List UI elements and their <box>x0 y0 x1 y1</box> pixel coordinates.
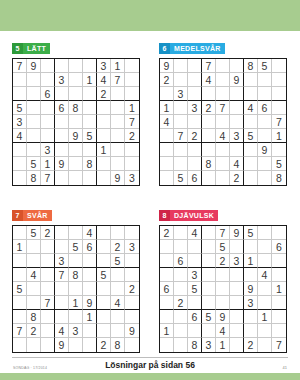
sudoku-cell: 4 <box>244 101 258 115</box>
sudoku-cell <box>244 268 258 282</box>
sudoku-cell <box>258 87 272 101</box>
sudoku-cell <box>160 171 174 185</box>
sudoku-cell <box>188 87 202 101</box>
sudoku-cell <box>41 268 55 282</box>
sudoku-cell <box>174 338 188 352</box>
sudoku-cell <box>125 87 139 101</box>
sudoku-cell <box>202 268 216 282</box>
sudoku-cell: 1 <box>83 73 97 87</box>
sudoku-cell: 2 <box>41 226 55 240</box>
sudoku-cell <box>216 296 230 310</box>
sudoku-cell: 7 <box>111 73 125 87</box>
sudoku-cell <box>125 59 139 73</box>
sudoku-cell: 2 <box>27 324 41 338</box>
sudoku-cell <box>97 254 111 268</box>
sudoku-cell <box>13 87 27 101</box>
sudoku-cell <box>97 115 111 129</box>
sudoku-cell <box>83 268 97 282</box>
sudoku-cell <box>258 171 272 185</box>
sudoku-cell <box>258 296 272 310</box>
sudoku-cell: 9 <box>125 324 139 338</box>
sudoku-cell: 9 <box>216 310 230 324</box>
sudoku-cell: 3 <box>97 59 111 73</box>
sudoku-cell: 1 <box>272 129 286 143</box>
sudoku-cell: 2 <box>97 338 111 352</box>
sudoku-cell <box>111 157 125 171</box>
sudoku-cell <box>69 87 83 101</box>
sudoku-cell: 5 <box>188 282 202 296</box>
sudoku-cell <box>27 296 41 310</box>
sudoku-cell <box>272 73 286 87</box>
sudoku-cell <box>111 268 125 282</box>
sudoku-cell: 3 <box>125 171 139 185</box>
sudoku-cell <box>69 115 83 129</box>
sudoku-cell <box>188 115 202 129</box>
sudoku-cell: 5 <box>244 129 258 143</box>
sudoku-cell <box>174 101 188 115</box>
difficulty-label: SVÅR <box>23 210 52 221</box>
difficulty-badge-svar: 7SVÅR <box>12 210 52 221</box>
sudoku-cell <box>202 240 216 254</box>
sudoku-cell <box>258 157 272 171</box>
sudoku-cell <box>258 324 272 338</box>
sudoku-cell <box>202 87 216 101</box>
sudoku-cell <box>272 143 286 157</box>
sudoku-cell: 5 <box>244 226 258 240</box>
sudoku-cell <box>244 240 258 254</box>
sudoku-cell <box>69 59 83 73</box>
sudoku-cell <box>160 310 174 324</box>
sudoku-cell <box>125 143 139 157</box>
sudoku-cell <box>230 115 244 129</box>
difficulty-badge-latt: 5LÄTT <box>12 43 50 54</box>
sudoku-cell <box>230 87 244 101</box>
sudoku-cell <box>230 324 244 338</box>
sudoku-cell <box>160 143 174 157</box>
sudoku-cell <box>111 282 125 296</box>
sudoku-cell: 6 <box>272 240 286 254</box>
sudoku-cell <box>55 282 69 296</box>
sudoku-cell <box>97 310 111 324</box>
sudoku-cell: 1 <box>160 324 174 338</box>
sudoku-cell <box>160 338 174 352</box>
sudoku-cell <box>111 143 125 157</box>
sudoku-grid-latt: 793131476256813749523151988793 <box>12 58 140 186</box>
sudoku-cell: 5 <box>216 240 230 254</box>
sudoku-cell <box>216 73 230 87</box>
sudoku-cell <box>69 310 83 324</box>
sudoku-cell <box>41 240 55 254</box>
sudoku-cell <box>13 254 27 268</box>
sudoku-cell: 6 <box>160 282 174 296</box>
sudoku-cell <box>69 282 83 296</box>
sudoku-cell <box>230 268 244 282</box>
sudoku-cell <box>27 115 41 129</box>
sudoku-cell: 9 <box>244 282 258 296</box>
sudoku-cell <box>258 282 272 296</box>
sudoku-cell: 7 <box>272 115 286 129</box>
sudoku-cell <box>174 310 188 324</box>
sudoku-cell: 3 <box>188 101 202 115</box>
sudoku-cell: 5 <box>202 310 216 324</box>
sudoku-cell <box>13 310 27 324</box>
sudoku-cell <box>125 310 139 324</box>
sudoku-cell: 1 <box>244 254 258 268</box>
sudoku-cell <box>174 226 188 240</box>
sudoku-cell <box>244 115 258 129</box>
sudoku-cell <box>258 254 272 268</box>
sudoku-cell: 3 <box>188 268 202 282</box>
sudoku-cell: 5 <box>111 254 125 268</box>
sudoku-cell <box>258 73 272 87</box>
sudoku-cell <box>125 73 139 87</box>
sudoku-cell: 1 <box>83 310 97 324</box>
sudoku-cell: 2 <box>160 226 174 240</box>
sudoku-cell: 3 <box>55 254 69 268</box>
puzzle-medelsvar: 6MEDELSVÅR 97852493132746477243519845562… <box>159 37 288 186</box>
sudoku-cell: 4 <box>230 157 244 171</box>
sudoku-cell <box>160 129 174 143</box>
sudoku-cell <box>27 73 41 87</box>
sudoku-cell <box>202 129 216 143</box>
sudoku-cell: 4 <box>188 226 202 240</box>
sudoku-cell <box>69 338 83 352</box>
sudoku-cell: 9 <box>69 129 83 143</box>
sudoku-cell: 1 <box>97 143 111 157</box>
sudoku-cell <box>41 254 55 268</box>
sudoku-cell: 7 <box>13 324 27 338</box>
sudoku-cell <box>230 282 244 296</box>
page-number: 41 <box>283 365 287 370</box>
sudoku-cell <box>188 157 202 171</box>
sudoku-cell: 9 <box>111 171 125 185</box>
sudoku-cell: 2 <box>188 129 202 143</box>
sudoku-cell: 2 <box>202 101 216 115</box>
sudoku-cell <box>202 171 216 185</box>
sudoku-cell <box>69 143 83 157</box>
sudoku-cell <box>13 296 27 310</box>
sudoku-cell <box>216 157 230 171</box>
sudoku-cell <box>55 226 69 240</box>
sudoku-cell <box>188 240 202 254</box>
sudoku-cell: 8 <box>188 338 202 352</box>
sudoku-cell <box>230 101 244 115</box>
sudoku-cell <box>27 240 41 254</box>
sudoku-cell <box>160 268 174 282</box>
sudoku-cell: 1 <box>13 240 27 254</box>
sudoku-cell <box>216 282 230 296</box>
sudoku-cell: 3 <box>244 296 258 310</box>
sudoku-cell <box>27 282 41 296</box>
sudoku-cell <box>188 254 202 268</box>
sudoku-cell <box>41 115 55 129</box>
sudoku-cell <box>55 171 69 185</box>
sudoku-cell: 7 <box>216 101 230 115</box>
sudoku-cell: 4 <box>258 268 272 282</box>
sudoku-cell <box>27 87 41 101</box>
sudoku-cell <box>174 73 188 87</box>
sudoku-cell <box>27 129 41 143</box>
sudoku-cell <box>202 143 216 157</box>
sudoku-cell: 7 <box>202 59 216 73</box>
sudoku-cell <box>55 115 69 129</box>
sudoku-cell <box>97 240 111 254</box>
sudoku-cell: 6 <box>41 87 55 101</box>
sudoku-cell: 7 <box>272 338 286 352</box>
sudoku-cell: 8 <box>69 101 83 115</box>
sudoku-cell <box>174 282 188 296</box>
sudoku-cell <box>272 268 286 282</box>
sudoku-cell <box>83 115 97 129</box>
sudoku-grid-medelsvar: 978524931327464772435198455628 <box>159 58 287 186</box>
sudoku-cell <box>41 282 55 296</box>
sudoku-cell <box>97 129 111 143</box>
sudoku-cell: 7 <box>216 226 230 240</box>
difficulty-number: 7 <box>12 210 23 221</box>
sudoku-cell: 5 <box>69 240 83 254</box>
sudoku-cell: 4 <box>13 129 27 143</box>
sudoku-cell: 6 <box>55 101 69 115</box>
sudoku-cell <box>202 324 216 338</box>
sudoku-cell <box>174 268 188 282</box>
sudoku-cell: 6 <box>83 240 97 254</box>
bottom-banner <box>0 373 300 380</box>
sudoku-cell <box>258 226 272 240</box>
sudoku-cell <box>272 226 286 240</box>
sudoku-cell: 8 <box>111 338 125 352</box>
sudoku-cell <box>216 171 230 185</box>
sudoku-cell <box>160 240 174 254</box>
sudoku-cell <box>83 282 97 296</box>
sudoku-cell <box>111 226 125 240</box>
sudoku-cell: 8 <box>69 268 83 282</box>
sudoku-cell <box>174 240 188 254</box>
sudoku-cell <box>41 129 55 143</box>
sudoku-cell <box>272 101 286 115</box>
sudoku-cell <box>272 59 286 73</box>
difficulty-number: 6 <box>159 43 170 54</box>
sudoku-cell <box>55 296 69 310</box>
sudoku-cell <box>160 296 174 310</box>
sudoku-cell: 9 <box>55 157 69 171</box>
sudoku-cell <box>97 282 111 296</box>
sudoku-cell <box>230 338 244 352</box>
sudoku-cell <box>160 157 174 171</box>
sudoku-cell <box>69 73 83 87</box>
sudoku-cell <box>230 143 244 157</box>
sudoku-cell <box>230 296 244 310</box>
sudoku-cell <box>83 171 97 185</box>
sudoku-cell: 5 <box>174 171 188 185</box>
sudoku-cell: 1 <box>258 310 272 324</box>
sudoku-cell <box>244 73 258 87</box>
difficulty-number: 5 <box>12 43 23 54</box>
sudoku-cell <box>216 115 230 129</box>
sudoku-cell <box>230 310 244 324</box>
sudoku-cell <box>97 226 111 240</box>
sudoku-cell <box>69 157 83 171</box>
sudoku-cell <box>125 296 139 310</box>
sudoku-cell <box>55 143 69 157</box>
sudoku-cell <box>125 226 139 240</box>
sudoku-cell: 3 <box>41 143 55 157</box>
sudoku-cell: 9 <box>55 338 69 352</box>
sudoku-cell: 8 <box>27 171 41 185</box>
sudoku-cell: 3 <box>230 129 244 143</box>
sudoku-cell <box>69 254 83 268</box>
puzzles-row-bottom: 7SVÅR 524156233547855271948172439928 8DJ… <box>12 204 288 353</box>
puzzles-row-top: 5LÄTT 793131476256813749523151988793 6ME… <box>12 37 288 186</box>
sudoku-cell <box>13 338 27 352</box>
sudoku-cell: 2 <box>111 240 125 254</box>
sudoku-cell <box>13 171 27 185</box>
sudoku-cell <box>13 226 27 240</box>
sudoku-cell <box>83 254 97 268</box>
sudoku-cell <box>97 157 111 171</box>
sudoku-cell: 7 <box>41 296 55 310</box>
sudoku-cell <box>83 143 97 157</box>
sudoku-cell <box>55 310 69 324</box>
sudoku-cell: 4 <box>216 129 230 143</box>
sudoku-cell <box>27 101 41 115</box>
sudoku-cell <box>272 324 286 338</box>
sudoku-cell <box>55 240 69 254</box>
difficulty-label: LÄTT <box>23 43 50 54</box>
puzzle-djavulsk: 8DJÄVULSK 247955662313465912365911483127 <box>159 204 288 353</box>
sudoku-cell <box>111 324 125 338</box>
sudoku-cell <box>41 101 55 115</box>
sudoku-cell <box>174 115 188 129</box>
sudoku-cell <box>216 87 230 101</box>
sudoku-cell: 1 <box>160 101 174 115</box>
sudoku-cell <box>69 171 83 185</box>
sudoku-cell: 8 <box>202 157 216 171</box>
sudoku-cell <box>216 268 230 282</box>
sudoku-cell: 1 <box>69 296 83 310</box>
sudoku-cell: 9 <box>83 296 97 310</box>
sudoku-cell <box>160 87 174 101</box>
sudoku-cell: 1 <box>125 101 139 115</box>
sudoku-cell: 4 <box>27 268 41 282</box>
sudoku-cell: 2 <box>125 282 139 296</box>
sudoku-cell <box>202 296 216 310</box>
sudoku-cell <box>244 310 258 324</box>
sudoku-cell: 8 <box>27 310 41 324</box>
sudoku-cell: 4 <box>97 73 111 87</box>
sudoku-cell: 6 <box>174 254 188 268</box>
sudoku-cell: 2 <box>125 129 139 143</box>
sudoku-cell: 4 <box>160 115 174 129</box>
sudoku-cell: 9 <box>258 143 272 157</box>
sudoku-cell: 3 <box>69 324 83 338</box>
sudoku-cell <box>83 338 97 352</box>
sudoku-cell <box>55 59 69 73</box>
sudoku-grid-djavulsk: 247955662313465912365911483127 <box>159 225 287 353</box>
sudoku-cell <box>258 338 272 352</box>
footer-divider <box>12 357 288 358</box>
difficulty-label: MEDELSVÅR <box>170 43 225 54</box>
sudoku-cell: 1 <box>272 282 286 296</box>
sudoku-cell <box>55 129 69 143</box>
sudoku-cell: 5 <box>83 129 97 143</box>
sudoku-cell: 2 <box>174 296 188 310</box>
sudoku-cell <box>13 268 27 282</box>
top-banner <box>0 0 300 31</box>
sudoku-cell: 7 <box>13 59 27 73</box>
difficulty-badge-medelsvar: 6MEDELSVÅR <box>159 43 225 54</box>
sudoku-cell <box>244 171 258 185</box>
sudoku-cell <box>55 87 69 101</box>
sudoku-cell: 5 <box>258 59 272 73</box>
sudoku-cell <box>83 324 97 338</box>
sudoku-cell <box>258 115 272 129</box>
sudoku-cell: 2 <box>230 171 244 185</box>
sudoku-cell <box>125 268 139 282</box>
sudoku-cell <box>125 157 139 171</box>
sudoku-cell: 5 <box>13 282 27 296</box>
sudoku-grid-svar: 524156233547855271948172439928 <box>12 225 140 353</box>
sudoku-cell <box>97 101 111 115</box>
sudoku-cell <box>174 324 188 338</box>
sudoku-cell: 3 <box>174 87 188 101</box>
sudoku-cell: 4 <box>111 296 125 310</box>
sudoku-cell <box>188 59 202 73</box>
sudoku-cell: 5 <box>97 268 111 282</box>
sudoku-cell <box>202 254 216 268</box>
sudoku-cell <box>111 101 125 115</box>
sudoku-cell: 9 <box>230 226 244 240</box>
sudoku-cell: 5 <box>13 101 27 115</box>
sudoku-cell: 7 <box>174 129 188 143</box>
sudoku-cell: 1 <box>216 338 230 352</box>
puzzle-latt: 5LÄTT 793131476256813749523151988793 <box>12 37 141 186</box>
sudoku-cell <box>202 282 216 296</box>
sudoku-cell <box>216 143 230 157</box>
sudoku-cell <box>41 73 55 87</box>
sudoku-cell: 9 <box>27 59 41 73</box>
sudoku-cell <box>13 143 27 157</box>
sudoku-cell <box>111 129 125 143</box>
sudoku-cell <box>216 59 230 73</box>
sudoku-cell <box>41 338 55 352</box>
sudoku-cell <box>41 324 55 338</box>
sudoku-cell: 3 <box>55 73 69 87</box>
sudoku-cell <box>97 296 111 310</box>
sudoku-cell: 7 <box>55 268 69 282</box>
sudoku-cell: 8 <box>244 59 258 73</box>
sudoku-cell <box>111 310 125 324</box>
sudoku-cell <box>272 254 286 268</box>
sudoku-cell <box>188 73 202 87</box>
sudoku-cell: 5 <box>27 226 41 240</box>
sudoku-cell <box>83 87 97 101</box>
sudoku-cell <box>41 59 55 73</box>
sudoku-cell: 3 <box>202 338 216 352</box>
sudoku-cell: 2 <box>160 73 174 87</box>
sudoku-cell <box>13 73 27 87</box>
sudoku-cell <box>125 338 139 352</box>
sudoku-cell: 9 <box>230 73 244 87</box>
sudoku-cell <box>230 240 244 254</box>
sudoku-cell: 8 <box>83 157 97 171</box>
sudoku-cell <box>97 324 111 338</box>
sudoku-cell: 6 <box>258 101 272 115</box>
sudoku-cell <box>202 226 216 240</box>
sudoku-cell: 9 <box>160 59 174 73</box>
sudoku-cell: 4 <box>55 324 69 338</box>
sudoku-cell <box>272 296 286 310</box>
difficulty-label: DJÄVULSK <box>170 210 218 221</box>
